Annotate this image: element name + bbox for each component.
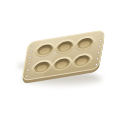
muffin-pan-illustration [0,0,120,120]
product-photo [0,0,120,120]
